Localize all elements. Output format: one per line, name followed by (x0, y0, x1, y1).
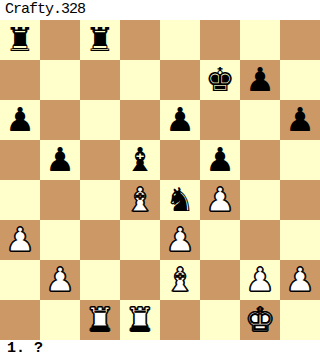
white-bishop[interactable]: ♝ (125, 180, 155, 220)
square-e6[interactable]: ♟ (160, 100, 200, 140)
square-a5[interactable] (0, 140, 40, 180)
square-a6[interactable]: ♟ (0, 100, 40, 140)
white-pawn[interactable]: ♟ (165, 220, 195, 260)
black-pawn[interactable]: ♟ (205, 140, 235, 180)
square-g4[interactable] (240, 180, 280, 220)
black-pawn[interactable]: ♟ (165, 100, 195, 140)
square-d1[interactable]: ♜ (120, 300, 160, 340)
square-h3[interactable] (280, 220, 320, 260)
square-d5[interactable]: ♝ (120, 140, 160, 180)
square-g1[interactable]: ♚ (240, 300, 280, 340)
white-rook[interactable]: ♜ (85, 300, 115, 340)
square-d8[interactable] (120, 20, 160, 60)
move-prompt: 1. ? (0, 340, 320, 360)
white-pawn[interactable]: ♟ (245, 260, 275, 300)
white-rook[interactable]: ♜ (125, 300, 155, 340)
square-b6[interactable] (40, 100, 80, 140)
white-pawn[interactable]: ♟ (5, 220, 35, 260)
window-title: Crafty.328 (0, 0, 320, 20)
black-king[interactable]: ♚ (205, 60, 235, 100)
black-knight[interactable]: ♞ (165, 180, 195, 220)
white-pawn[interactable]: ♟ (285, 260, 315, 300)
square-h7[interactable] (280, 60, 320, 100)
white-pawn[interactable]: ♟ (205, 180, 235, 220)
square-c6[interactable] (80, 100, 120, 140)
square-g2[interactable]: ♟ (240, 260, 280, 300)
square-f6[interactable] (200, 100, 240, 140)
black-pawn[interactable]: ♟ (285, 100, 315, 140)
square-b3[interactable] (40, 220, 80, 260)
square-e7[interactable] (160, 60, 200, 100)
black-pawn[interactable]: ♟ (245, 60, 275, 100)
square-g3[interactable] (240, 220, 280, 260)
square-h1[interactable] (280, 300, 320, 340)
square-b8[interactable] (40, 20, 80, 60)
square-c4[interactable] (80, 180, 120, 220)
black-rook[interactable]: ♜ (85, 20, 115, 60)
square-h4[interactable] (280, 180, 320, 220)
square-f8[interactable] (200, 20, 240, 60)
square-d3[interactable] (120, 220, 160, 260)
black-pawn[interactable]: ♟ (45, 140, 75, 180)
square-f1[interactable] (200, 300, 240, 340)
black-rook[interactable]: ♜ (5, 20, 35, 60)
square-e5[interactable] (160, 140, 200, 180)
square-b7[interactable] (40, 60, 80, 100)
square-a7[interactable] (0, 60, 40, 100)
square-h2[interactable]: ♟ (280, 260, 320, 300)
square-f5[interactable]: ♟ (200, 140, 240, 180)
square-a3[interactable]: ♟ (0, 220, 40, 260)
square-g5[interactable] (240, 140, 280, 180)
square-a1[interactable] (0, 300, 40, 340)
square-e8[interactable] (160, 20, 200, 60)
square-c7[interactable] (80, 60, 120, 100)
square-d4[interactable]: ♝ (120, 180, 160, 220)
chess-board: ♜♜♚♟♟♟♟♟♝♟♝♞♟♟♟♟♝♟♟♜♜♚ (0, 20, 320, 340)
black-bishop[interactable]: ♝ (125, 140, 155, 180)
square-d6[interactable] (120, 100, 160, 140)
square-c2[interactable] (80, 260, 120, 300)
square-h8[interactable] (280, 20, 320, 60)
square-f3[interactable] (200, 220, 240, 260)
square-g7[interactable]: ♟ (240, 60, 280, 100)
square-b1[interactable] (40, 300, 80, 340)
square-c5[interactable] (80, 140, 120, 180)
square-d2[interactable] (120, 260, 160, 300)
square-c3[interactable] (80, 220, 120, 260)
square-d7[interactable] (120, 60, 160, 100)
white-pawn[interactable]: ♟ (45, 260, 75, 300)
black-pawn[interactable]: ♟ (5, 100, 35, 140)
white-bishop[interactable]: ♝ (165, 260, 195, 300)
square-c8[interactable]: ♜ (80, 20, 120, 60)
square-a8[interactable]: ♜ (0, 20, 40, 60)
square-f4[interactable]: ♟ (200, 180, 240, 220)
square-f7[interactable]: ♚ (200, 60, 240, 100)
square-b2[interactable]: ♟ (40, 260, 80, 300)
square-h6[interactable]: ♟ (280, 100, 320, 140)
square-b4[interactable] (40, 180, 80, 220)
white-king[interactable]: ♚ (245, 300, 275, 340)
square-e4[interactable]: ♞ (160, 180, 200, 220)
square-e3[interactable]: ♟ (160, 220, 200, 260)
square-c1[interactable]: ♜ (80, 300, 120, 340)
square-a2[interactable] (0, 260, 40, 300)
square-f2[interactable] (200, 260, 240, 300)
square-g6[interactable] (240, 100, 280, 140)
square-e2[interactable]: ♝ (160, 260, 200, 300)
square-g8[interactable] (240, 20, 280, 60)
square-b5[interactable]: ♟ (40, 140, 80, 180)
square-h5[interactable] (280, 140, 320, 180)
square-a4[interactable] (0, 180, 40, 220)
square-e1[interactable] (160, 300, 200, 340)
